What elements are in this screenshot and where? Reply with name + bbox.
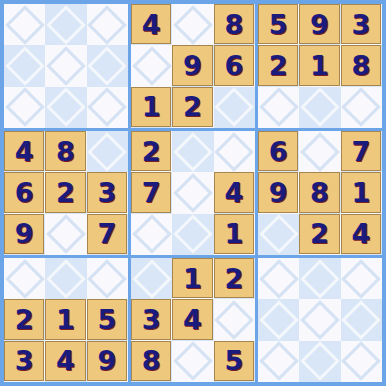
cell-r9c1: 3 <box>4 341 45 382</box>
given-tile: 3 <box>4 341 44 381</box>
cell-r3c2[interactable] <box>45 87 86 128</box>
given-digit: 5 <box>224 347 243 374</box>
given-digit: 7 <box>351 138 370 165</box>
cell-r1c4: 4 <box>131 4 172 45</box>
cell-r9c3: 9 <box>87 341 128 382</box>
given-digit: 9 <box>269 179 288 206</box>
cell-r3c4: 1 <box>131 87 172 128</box>
given-tile: 4 <box>131 4 171 44</box>
sudoku-board: 4896125932184862397274167981242153491234… <box>0 0 386 386</box>
cell-r4c5[interactable] <box>172 131 213 172</box>
given-tile: 7 <box>87 214 127 254</box>
cell-r7c3[interactable] <box>87 258 128 299</box>
given-tile: 9 <box>172 45 212 85</box>
diamond-ornament <box>132 214 172 254</box>
given-digit: 8 <box>310 179 329 206</box>
diamond-ornament <box>5 259 45 299</box>
cell-r8c3: 5 <box>87 299 128 340</box>
cell-r1c7: 5 <box>258 4 299 45</box>
diamond-ornament <box>173 173 213 213</box>
cell-r1c6: 8 <box>214 4 255 45</box>
given-digit: 9 <box>310 11 329 38</box>
diamond-ornament <box>300 300 340 340</box>
given-tile: 5 <box>258 4 298 44</box>
given-tile: 2 <box>214 258 254 298</box>
cell-r5c2: 2 <box>45 172 86 213</box>
given-digit: 1 <box>183 265 202 292</box>
cell-r3c3[interactable] <box>87 87 128 128</box>
cell-r8c5: 4 <box>172 299 213 340</box>
cell-r5c1: 6 <box>4 172 45 213</box>
given-digit: 2 <box>142 138 161 165</box>
box-2-3: 6798124 <box>258 131 382 255</box>
given-digit: 6 <box>269 138 288 165</box>
cell-r6c5[interactable] <box>172 214 213 255</box>
cell-r4c6[interactable] <box>214 131 255 172</box>
given-tile: 2 <box>4 299 44 339</box>
cell-r2c1[interactable] <box>4 45 45 86</box>
given-digit: 3 <box>142 306 161 333</box>
box-3-1: 215349 <box>4 258 128 382</box>
given-tile: 5 <box>87 299 127 339</box>
given-tile: 1 <box>341 172 381 212</box>
given-tile: 4 <box>45 341 85 381</box>
diamond-ornament <box>87 46 127 86</box>
given-tile: 2 <box>131 131 171 171</box>
diamond-ornament <box>214 300 254 340</box>
box-2-2: 2741 <box>131 131 255 255</box>
cell-r3c1[interactable] <box>4 87 45 128</box>
cell-r3c9[interactable] <box>341 87 382 128</box>
given-tile: 3 <box>341 4 381 44</box>
cell-r2c3[interactable] <box>87 45 128 86</box>
cell-r5c3: 3 <box>87 172 128 213</box>
diamond-ornament <box>259 87 299 127</box>
cell-r1c5[interactable] <box>172 4 213 45</box>
cell-r7c7[interactable] <box>258 258 299 299</box>
given-tile: 9 <box>4 214 44 254</box>
given-tile: 4 <box>341 214 381 254</box>
diamond-ornament <box>5 5 45 45</box>
cell-r2c7: 2 <box>258 45 299 86</box>
given-digit: 4 <box>15 138 34 165</box>
given-tile: 8 <box>131 341 171 381</box>
given-tile: 6 <box>4 172 44 212</box>
cell-r9c2: 4 <box>45 341 86 382</box>
cell-r2c5: 9 <box>172 45 213 86</box>
cell-r6c3: 7 <box>87 214 128 255</box>
given-digit: 3 <box>97 179 116 206</box>
cell-r3c8[interactable] <box>299 87 340 128</box>
diamond-ornament <box>259 341 299 381</box>
diamond-ornament <box>46 214 86 254</box>
diamond-ornament <box>300 87 340 127</box>
diamond-ornament <box>173 5 213 45</box>
diamond-ornament <box>173 132 213 172</box>
box-1-2: 489612 <box>131 4 255 128</box>
given-digit: 2 <box>310 220 329 247</box>
cell-r4c3[interactable] <box>87 131 128 172</box>
cell-r2c9: 8 <box>341 45 382 86</box>
given-tile: 6 <box>214 45 254 85</box>
given-tile: 1 <box>214 214 254 254</box>
given-tile: 7 <box>341 131 381 171</box>
given-tile: 9 <box>299 4 339 44</box>
given-tile: 8 <box>299 172 339 212</box>
given-tile: 9 <box>258 172 298 212</box>
given-digit: 9 <box>15 220 34 247</box>
given-digit: 4 <box>351 220 370 247</box>
cell-r4c2: 8 <box>45 131 86 172</box>
given-digit: 1 <box>142 93 161 120</box>
cell-r7c5: 1 <box>172 258 213 299</box>
given-digit: 5 <box>97 306 116 333</box>
diamond-ornament <box>341 341 381 381</box>
diamond-ornament <box>87 87 127 127</box>
cell-r6c8: 2 <box>299 214 340 255</box>
given-digit: 8 <box>56 138 75 165</box>
box-3-2: 123485 <box>131 258 255 382</box>
cell-r4c1: 4 <box>4 131 45 172</box>
given-digit: 1 <box>224 220 243 247</box>
diamond-ornament <box>87 5 127 45</box>
cell-r8c8[interactable] <box>299 299 340 340</box>
given-digit: 2 <box>269 52 288 79</box>
diamond-ornament <box>259 259 299 299</box>
diamond-ornament <box>87 132 127 172</box>
diamond-ornament <box>173 341 213 381</box>
given-tile: 3 <box>131 299 171 339</box>
given-digit: 7 <box>97 220 116 247</box>
given-digit: 1 <box>310 52 329 79</box>
cell-r1c2[interactable] <box>45 4 86 45</box>
cell-r6c1: 9 <box>4 214 45 255</box>
given-digit: 4 <box>142 11 161 38</box>
diamond-ornament <box>300 341 340 381</box>
given-digit: 4 <box>56 347 75 374</box>
given-digit: 7 <box>142 179 161 206</box>
given-digit: 2 <box>56 179 75 206</box>
diamond-ornament <box>132 46 172 86</box>
given-tile: 8 <box>341 45 381 85</box>
cell-r9c8[interactable] <box>299 341 340 382</box>
cell-r5c9: 1 <box>341 172 382 213</box>
given-tile: 1 <box>45 299 85 339</box>
box-3-3 <box>258 258 382 382</box>
given-tile: 7 <box>131 172 171 212</box>
cell-r6c7[interactable] <box>258 214 299 255</box>
cell-r9c6: 5 <box>214 341 255 382</box>
given-digit: 4 <box>183 306 202 333</box>
cell-r9c7[interactable] <box>258 341 299 382</box>
cell-r3c7[interactable] <box>258 87 299 128</box>
given-digit: 2 <box>183 93 202 120</box>
diamond-ornament <box>46 46 86 86</box>
given-tile: 1 <box>131 87 171 127</box>
given-digit: 3 <box>15 347 34 374</box>
given-tile: 6 <box>258 131 298 171</box>
box-2-1: 4862397 <box>4 131 128 255</box>
box-1-3: 593218 <box>258 4 382 128</box>
cell-r8c2: 1 <box>45 299 86 340</box>
given-digit: 6 <box>224 52 243 79</box>
diamond-ornament <box>300 132 340 172</box>
cell-r7c1[interactable] <box>4 258 45 299</box>
cell-r7c9[interactable] <box>341 258 382 299</box>
diamond-ornament <box>87 259 127 299</box>
diamond-ornament <box>341 87 381 127</box>
diamond-ornament <box>5 46 45 86</box>
given-digit: 1 <box>351 179 370 206</box>
diamond-ornament <box>5 87 45 127</box>
cell-r2c8: 1 <box>299 45 340 86</box>
given-digit: 8 <box>224 11 243 38</box>
cell-r4c9: 7 <box>341 131 382 172</box>
cell-r4c7: 6 <box>258 131 299 172</box>
diamond-ornament <box>300 259 340 299</box>
box-1-1 <box>4 4 128 128</box>
cell-r5c4: 7 <box>131 172 172 213</box>
cell-r6c2[interactable] <box>45 214 86 255</box>
given-digit: 6 <box>15 179 34 206</box>
cell-r8c9[interactable] <box>341 299 382 340</box>
given-digit: 1 <box>56 306 75 333</box>
cell-r8c4: 3 <box>131 299 172 340</box>
cell-r3c6[interactable] <box>214 87 255 128</box>
cell-r8c6[interactable] <box>214 299 255 340</box>
given-tile: 1 <box>172 258 212 298</box>
cell-r2c6: 6 <box>214 45 255 86</box>
given-digit: 5 <box>269 11 288 38</box>
given-tile: 2 <box>258 45 298 85</box>
diamond-ornament <box>259 214 299 254</box>
cell-r5c5[interactable] <box>172 172 213 213</box>
diamond-ornament <box>46 259 86 299</box>
given-tile: 8 <box>214 4 254 44</box>
diamond-ornament <box>214 87 254 127</box>
given-tile: 8 <box>45 131 85 171</box>
diamond-ornament <box>46 5 86 45</box>
given-digit: 3 <box>351 11 370 38</box>
given-tile: 2 <box>299 214 339 254</box>
cell-r6c9: 4 <box>341 214 382 255</box>
cell-r5c6: 4 <box>214 172 255 213</box>
cell-r8c1: 2 <box>4 299 45 340</box>
diamond-ornament <box>341 259 381 299</box>
diamond-ornament <box>259 300 299 340</box>
cell-r1c3[interactable] <box>87 4 128 45</box>
diamond-ornament <box>214 132 254 172</box>
given-digit: 2 <box>224 265 243 292</box>
given-tile: 3 <box>87 172 127 212</box>
cell-r8c7[interactable] <box>258 299 299 340</box>
given-tile: 9 <box>87 341 127 381</box>
given-digit: 4 <box>224 179 243 206</box>
cell-r9c9[interactable] <box>341 341 382 382</box>
given-tile: 1 <box>299 45 339 85</box>
given-tile: 4 <box>172 299 212 339</box>
cell-r9c5[interactable] <box>172 341 213 382</box>
diamond-ornament <box>173 214 213 254</box>
diamond-ornament <box>46 87 86 127</box>
cell-r9c4: 8 <box>131 341 172 382</box>
given-tile: 4 <box>214 172 254 212</box>
diamond-ornament <box>341 300 381 340</box>
given-tile: 5 <box>214 341 254 381</box>
cell-r5c8: 8 <box>299 172 340 213</box>
cell-r6c6: 1 <box>214 214 255 255</box>
cell-r7c6: 2 <box>214 258 255 299</box>
cell-r4c8[interactable] <box>299 131 340 172</box>
given-digit: 9 <box>97 347 116 374</box>
cell-r1c1[interactable] <box>4 4 45 45</box>
given-tile: 4 <box>4 131 44 171</box>
given-digit: 8 <box>142 347 161 374</box>
given-tile: 2 <box>172 87 212 127</box>
cell-r7c8[interactable] <box>299 258 340 299</box>
cell-r3c5: 2 <box>172 87 213 128</box>
diamond-ornament <box>132 259 172 299</box>
given-digit: 9 <box>183 52 202 79</box>
cell-r2c2[interactable] <box>45 45 86 86</box>
cell-r4c4: 2 <box>131 131 172 172</box>
given-tile: 2 <box>45 172 85 212</box>
cell-r7c2[interactable] <box>45 258 86 299</box>
cell-r7c4[interactable] <box>131 258 172 299</box>
cell-r1c9: 3 <box>341 4 382 45</box>
given-digit: 8 <box>351 52 370 79</box>
cell-r1c8: 9 <box>299 4 340 45</box>
cell-r5c7: 9 <box>258 172 299 213</box>
given-digit: 2 <box>15 306 34 333</box>
cell-r2c4[interactable] <box>131 45 172 86</box>
cell-r6c4[interactable] <box>131 214 172 255</box>
